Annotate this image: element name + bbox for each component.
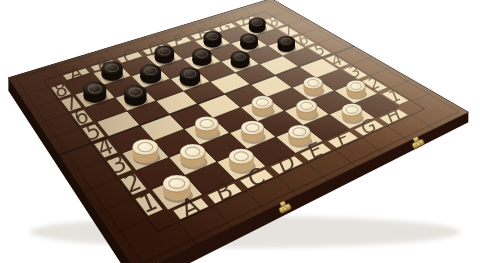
checker-light-b2[interactable]: [180, 144, 207, 170]
checker-light-d2[interactable]: [241, 121, 266, 144]
checker-light-e3[interactable]: [252, 96, 275, 118]
checker-dark-d6[interactable]: [180, 67, 202, 88]
checker-light-c3[interactable]: [195, 117, 220, 141]
checker-dark-h6[interactable]: [278, 36, 297, 54]
checker-light-g1[interactable]: [342, 103, 364, 124]
checker-dark-c7[interactable]: [140, 64, 163, 85]
checker-light-e1[interactable]: [288, 125, 312, 148]
checker-dark-e7[interactable]: [192, 48, 213, 68]
checker-dark-a7[interactable]: [83, 82, 108, 105]
checker-light-g3[interactable]: [303, 77, 324, 97]
checker-dark-f8[interactable]: [204, 31, 224, 49]
checker-dark-b6[interactable]: [124, 85, 148, 108]
photo-canvas: Angled overhead photo of an open folding…: [0, 0, 480, 263]
checker-light-f2[interactable]: [296, 100, 318, 121]
checker-dark-d8[interactable]: [155, 46, 176, 66]
checker-light-a3[interactable]: [133, 139, 161, 165]
checker-light-a1[interactable]: [163, 175, 193, 203]
checker-light-c1[interactable]: [229, 149, 256, 174]
checker-dark-h8[interactable]: [249, 17, 267, 34]
checker-dark-g7[interactable]: [240, 33, 259, 51]
board-svg: AABBCCDDEEFFGGHH1122334455667788: [0, 0, 480, 263]
checker-dark-b8[interactable]: [101, 61, 124, 83]
checker-dark-f6[interactable]: [231, 51, 251, 70]
checker-light-h2[interactable]: [347, 80, 367, 99]
